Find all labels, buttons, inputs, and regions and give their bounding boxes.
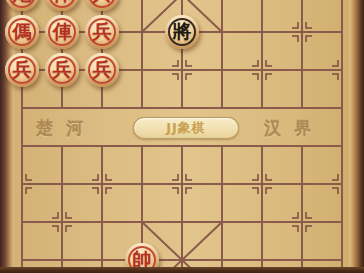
piece-character: 俥 [53,0,72,7]
piece-red-soldier[interactable]: 兵 [5,53,39,87]
piece-character: 炮 [13,0,32,7]
piece-black-general[interactable]: 將 [165,15,199,49]
piece-character: 兵 [93,57,112,83]
piece-red-chariot[interactable]: 俥 [45,0,79,11]
piece-character: 兵 [53,57,72,83]
piece-red-horse[interactable]: 傌 [5,15,39,49]
piece-red-soldier[interactable]: 兵 [85,53,119,87]
xiangqi-board[interactable]: 楚河 汉界 JJ象棋 炮俥兵傌俥兵將兵兵兵帥 [0,0,364,273]
piece-character: 兵 [93,0,112,7]
board-frame-bottom [0,267,364,273]
piece-character: 俥 [53,19,72,45]
piece-red-soldier[interactable]: 兵 [45,53,79,87]
piece-character: 傌 [13,19,32,45]
piece-character: 兵 [13,57,32,83]
piece-character: 兵 [93,19,112,45]
pieces-layer: 炮俥兵傌俥兵將兵兵兵帥 [0,0,364,273]
piece-red-cannon[interactable]: 炮 [5,0,39,11]
piece-red-soldier[interactable]: 兵 [85,0,119,11]
piece-character: 將 [173,19,192,45]
piece-red-chariot[interactable]: 俥 [45,15,79,49]
piece-red-soldier[interactable]: 兵 [85,15,119,49]
